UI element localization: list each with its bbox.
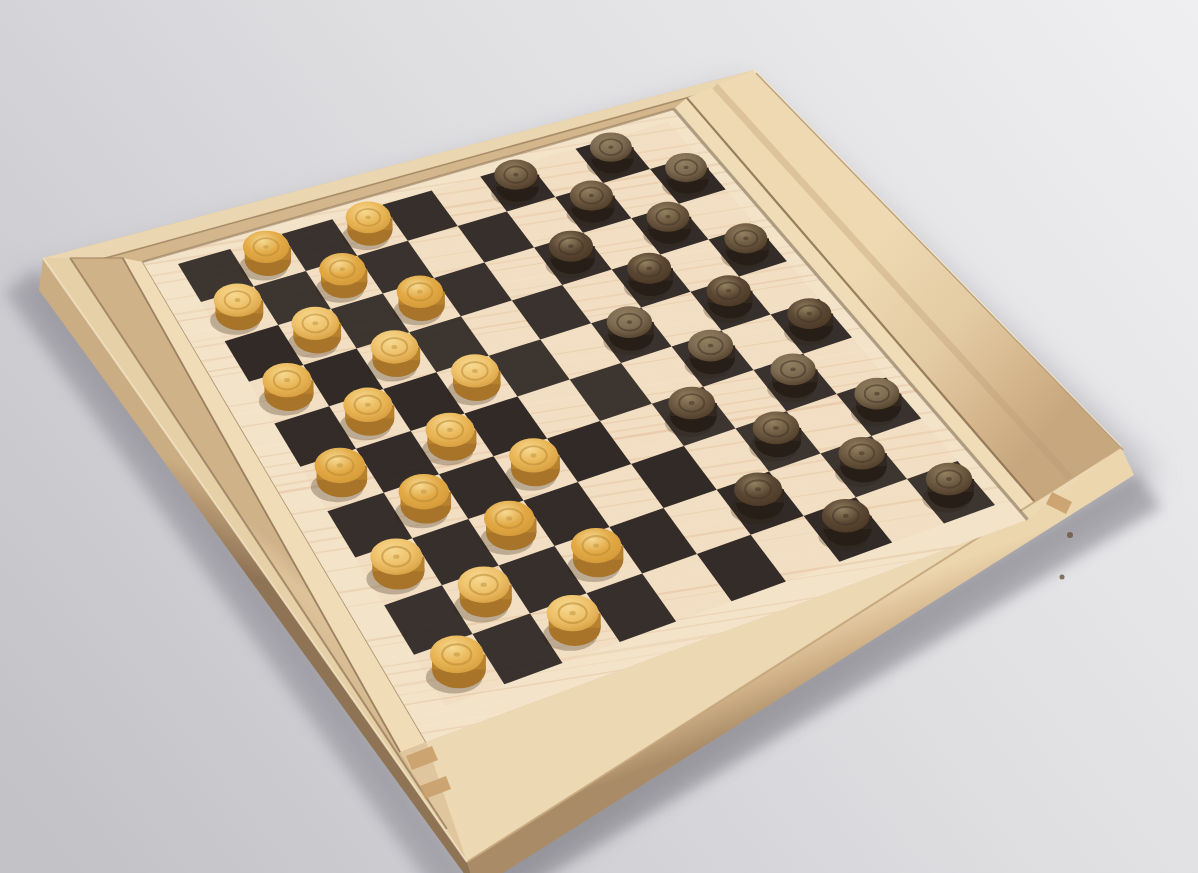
piece-center-dot — [726, 289, 731, 293]
piece-center-dot — [447, 428, 453, 432]
piece-light-3-4 — [448, 354, 501, 405]
piece-light-1-0 — [239, 231, 291, 281]
piece-center-dot — [263, 245, 269, 249]
piece-center-dot — [807, 312, 812, 316]
piece-center-dot — [340, 267, 346, 271]
piece-dark-7-7 — [749, 412, 801, 462]
piece-center-dot — [481, 582, 487, 586]
piece-center-dot — [627, 320, 632, 324]
piece-center-dot — [513, 173, 518, 177]
piece-center-dot — [859, 451, 865, 455]
piece-center-dot — [874, 392, 879, 396]
piece-center-dot — [365, 215, 370, 219]
piece-center-dot — [684, 166, 689, 170]
piece-dark-7-5 — [684, 330, 735, 379]
screw-dot-1 — [1060, 575, 1065, 580]
piece-center-dot — [392, 345, 398, 349]
piece-light-0-5 — [311, 448, 367, 502]
piece-light-2-1 — [316, 253, 368, 303]
piece-dark-9-1 — [662, 153, 709, 198]
piece-dark-8-8 — [835, 437, 887, 487]
board-photo-svg — [0, 0, 1198, 873]
piece-dark-9-5 — [784, 298, 833, 345]
piece-light-0-3 — [259, 363, 314, 416]
screw-dot-0 — [1067, 532, 1073, 538]
piece-center-dot — [454, 652, 460, 657]
piece-light-2-5 — [422, 413, 477, 466]
photo-stage — [0, 0, 1198, 873]
piece-dark-8-4 — [703, 275, 752, 322]
piece-center-dot — [589, 194, 594, 198]
piece-center-dot — [393, 554, 399, 558]
piece-light-2-3 — [367, 330, 420, 381]
piece-dark-6-4 — [603, 306, 654, 355]
piece-light-3-2 — [393, 276, 445, 326]
piece-light-3-8 — [567, 528, 623, 582]
piece-light-3-0 — [342, 202, 392, 250]
piece-center-dot — [506, 516, 512, 520]
piece-dark-7-1 — [567, 180, 615, 226]
piece-center-dot — [790, 368, 795, 372]
piece-dark-6-6 — [665, 387, 717, 437]
piece-light-3-6 — [505, 438, 560, 491]
piece-light-1-6 — [395, 474, 451, 528]
piece-light-2-7 — [480, 501, 536, 555]
piece-center-dot — [755, 487, 761, 491]
piece-center-dot — [743, 237, 748, 241]
piece-center-dot — [417, 290, 423, 294]
piece-center-dot — [570, 611, 576, 615]
piece-light-0-1 — [210, 283, 263, 334]
piece-dark-6-0 — [491, 160, 539, 206]
piece-light-0-9 — [426, 636, 486, 694]
piece-dark-7-3 — [624, 253, 673, 300]
piece-light-1-2 — [288, 307, 341, 358]
piece-dark-6-2 — [545, 231, 594, 279]
piece-center-dot — [608, 145, 613, 149]
piece-light-2-9 — [543, 595, 601, 651]
piece-dark-6-8 — [730, 472, 784, 524]
piece-dark-8-6 — [767, 354, 817, 403]
piece-center-dot — [337, 463, 343, 467]
piece-dark-7-9 — [818, 499, 871, 550]
piece-center-dot — [472, 369, 478, 373]
piece-center-dot — [531, 453, 537, 457]
piece-dark-9-7 — [851, 378, 901, 427]
piece-center-dot — [843, 514, 849, 518]
piece-center-dot — [646, 266, 651, 270]
piece-dark-8-0 — [587, 132, 634, 177]
piece-light-1-4 — [340, 388, 395, 441]
piece-dark-9-3 — [721, 223, 769, 269]
piece-dark-9-9 — [922, 463, 974, 513]
piece-center-dot — [421, 490, 427, 494]
piece-center-dot — [946, 477, 952, 481]
piece-center-dot — [235, 298, 241, 302]
piece-light-0-7 — [366, 538, 424, 594]
piece-light-1-8 — [454, 566, 512, 622]
piece-center-dot — [568, 244, 573, 248]
piece-center-dot — [708, 344, 713, 348]
piece-center-dot — [689, 401, 695, 405]
piece-center-dot — [284, 378, 290, 382]
piece-dark-8-2 — [643, 202, 691, 248]
piece-center-dot — [312, 321, 318, 325]
piece-center-dot — [665, 215, 670, 219]
piece-center-dot — [773, 426, 779, 430]
piece-center-dot — [593, 543, 599, 547]
piece-center-dot — [365, 403, 371, 407]
